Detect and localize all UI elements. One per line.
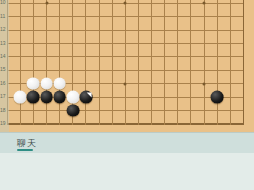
row-label: 19 xyxy=(0,121,9,126)
tab-active-underline xyxy=(17,149,33,151)
row-label: 13 xyxy=(0,41,9,46)
grid-line xyxy=(230,0,231,125)
grid-line xyxy=(7,70,244,71)
row-label: 18 xyxy=(0,108,9,113)
star-point xyxy=(124,82,127,85)
row-label: 16 xyxy=(0,81,9,86)
white-stone xyxy=(27,77,40,90)
row-label: 12 xyxy=(0,28,9,33)
grid-line xyxy=(7,30,244,31)
app-screen: 10111213141516171819 聊天 xyxy=(0,0,254,190)
grid-line xyxy=(7,56,244,57)
grid-line xyxy=(85,0,86,125)
grid-line xyxy=(7,110,244,111)
grid-line xyxy=(99,0,100,125)
grid-line xyxy=(125,0,126,125)
chat-panel xyxy=(0,153,254,190)
grid-line xyxy=(46,0,47,125)
row-label: 10 xyxy=(0,1,9,6)
grid-line xyxy=(138,0,139,125)
grid-line xyxy=(151,0,152,125)
grid-line xyxy=(164,0,165,125)
row-label: 17 xyxy=(0,95,9,100)
white-stone xyxy=(14,91,27,104)
white-stone xyxy=(40,77,53,90)
black-stone xyxy=(27,91,40,104)
row-coordinate-strip: 10111213141516171819 xyxy=(0,0,9,132)
star-point xyxy=(203,2,206,5)
star-point xyxy=(45,2,48,5)
last-move-triangle-icon xyxy=(86,93,91,98)
grid-line xyxy=(59,0,60,125)
black-stone xyxy=(53,91,66,104)
black-stone xyxy=(80,91,93,104)
row-label: 11 xyxy=(0,14,9,19)
grid-line xyxy=(33,0,34,125)
grid-line xyxy=(7,43,244,44)
chat-tab-bar: 聊天 xyxy=(0,132,254,153)
star-point xyxy=(124,2,127,5)
star-point xyxy=(203,82,206,85)
grid-line xyxy=(20,0,21,125)
white-stone xyxy=(66,91,79,104)
grid-line xyxy=(217,0,218,125)
grid-line xyxy=(243,0,245,125)
row-label: 14 xyxy=(0,54,9,59)
go-board[interactable] xyxy=(0,0,254,132)
row-label: 15 xyxy=(0,68,9,73)
grid-line xyxy=(204,0,205,125)
black-stone xyxy=(40,91,53,104)
grid-line xyxy=(112,0,113,125)
black-stone xyxy=(66,104,79,117)
white-stone xyxy=(53,77,66,90)
grid-line xyxy=(7,123,244,125)
black-stone xyxy=(211,91,224,104)
grid-line xyxy=(190,0,191,125)
grid-line xyxy=(177,0,178,125)
grid-line xyxy=(7,16,244,17)
